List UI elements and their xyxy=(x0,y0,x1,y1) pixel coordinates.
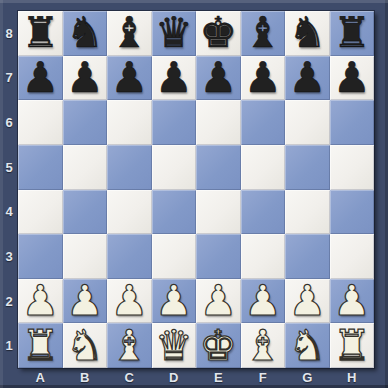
square-g3[interactable] xyxy=(285,234,330,279)
square-c8[interactable]: ♝ xyxy=(107,11,152,56)
piece-white-pawn[interactable]: ♟ xyxy=(107,279,152,324)
square-h7[interactable]: ♟ xyxy=(330,56,375,101)
square-e3[interactable] xyxy=(196,234,241,279)
square-g7[interactable]: ♟ xyxy=(285,56,330,101)
piece-black-pawn[interactable]: ♟ xyxy=(285,56,330,101)
square-b4[interactable] xyxy=(63,190,108,235)
square-f4[interactable] xyxy=(241,190,286,235)
piece-white-bishop[interactable]: ♝ xyxy=(107,323,152,368)
square-d8[interactable]: ♛ xyxy=(152,11,197,56)
square-b2[interactable]: ♟ xyxy=(63,279,108,324)
piece-black-pawn[interactable]: ♟ xyxy=(63,56,108,101)
rank-label-3: 3 xyxy=(0,234,18,279)
square-d5[interactable] xyxy=(152,145,197,190)
square-a8[interactable]: ♜ xyxy=(18,11,63,56)
square-b6[interactable] xyxy=(63,100,108,145)
square-e7[interactable]: ♟ xyxy=(196,56,241,101)
square-g1[interactable]: ♞ xyxy=(285,323,330,368)
square-g4[interactable] xyxy=(285,190,330,235)
piece-black-queen[interactable]: ♛ xyxy=(152,11,197,56)
square-b8[interactable]: ♞ xyxy=(63,11,108,56)
square-d2[interactable]: ♟ xyxy=(152,279,197,324)
file-label-f: F xyxy=(241,368,286,387)
square-a5[interactable] xyxy=(18,145,63,190)
file-label-h: H xyxy=(330,368,375,387)
rank-label-7: 7 xyxy=(0,56,18,101)
piece-white-pawn[interactable]: ♟ xyxy=(152,279,197,324)
rank-label-1: 1 xyxy=(0,323,18,368)
square-c4[interactable] xyxy=(107,190,152,235)
piece-black-knight[interactable]: ♞ xyxy=(285,11,330,56)
piece-white-pawn[interactable]: ♟ xyxy=(196,279,241,324)
file-label-g: G xyxy=(285,368,330,387)
piece-white-bishop[interactable]: ♝ xyxy=(241,323,286,368)
square-h3[interactable] xyxy=(330,234,375,279)
square-a3[interactable] xyxy=(18,234,63,279)
piece-white-pawn[interactable]: ♟ xyxy=(241,279,286,324)
square-c7[interactable]: ♟ xyxy=(107,56,152,101)
piece-black-pawn[interactable]: ♟ xyxy=(241,56,286,101)
square-e6[interactable] xyxy=(196,100,241,145)
square-g6[interactable] xyxy=(285,100,330,145)
board-frame: 87654321 ♜♞♝♛♚♝♞♜♟♟♟♟♟♟♟♟♟♟♟♟♟♟♟♟♜♞♝♛♚♝♞… xyxy=(0,0,388,388)
square-a4[interactable] xyxy=(18,190,63,235)
piece-black-king[interactable]: ♚ xyxy=(196,11,241,56)
square-f8[interactable]: ♝ xyxy=(241,11,286,56)
square-b3[interactable] xyxy=(63,234,108,279)
file-label-e: E xyxy=(196,368,241,387)
square-e5[interactable] xyxy=(196,145,241,190)
rank-label-4: 4 xyxy=(0,190,18,235)
piece-white-knight[interactable]: ♞ xyxy=(63,323,108,368)
square-d1[interactable]: ♛ xyxy=(152,323,197,368)
piece-white-pawn[interactable]: ♟ xyxy=(63,279,108,324)
square-h8[interactable]: ♜ xyxy=(330,11,375,56)
piece-white-pawn[interactable]: ♟ xyxy=(285,279,330,324)
square-a1[interactable]: ♜ xyxy=(18,323,63,368)
square-h1[interactable]: ♜ xyxy=(330,323,375,368)
piece-white-king[interactable]: ♚ xyxy=(196,323,241,368)
square-d6[interactable] xyxy=(152,100,197,145)
square-e4[interactable] xyxy=(196,190,241,235)
square-f7[interactable]: ♟ xyxy=(241,56,286,101)
square-c3[interactable] xyxy=(107,234,152,279)
piece-white-pawn[interactable]: ♟ xyxy=(18,279,63,324)
rank-label-6: 6 xyxy=(0,100,18,145)
square-d4[interactable] xyxy=(152,190,197,235)
chess-board: ♜♞♝♛♚♝♞♜♟♟♟♟♟♟♟♟♟♟♟♟♟♟♟♟♜♞♝♛♚♝♞♜ xyxy=(18,11,374,368)
square-c6[interactable] xyxy=(107,100,152,145)
square-e1[interactable]: ♚ xyxy=(196,323,241,368)
piece-black-knight[interactable]: ♞ xyxy=(63,11,108,56)
rank-label-5: 5 xyxy=(0,145,18,190)
file-label-c: C xyxy=(107,368,152,387)
square-g2[interactable]: ♟ xyxy=(285,279,330,324)
file-label-b: B xyxy=(63,368,108,387)
rank-labels: 87654321 xyxy=(0,11,18,368)
square-d7[interactable]: ♟ xyxy=(152,56,197,101)
square-h6[interactable] xyxy=(330,100,375,145)
piece-black-pawn[interactable]: ♟ xyxy=(152,56,197,101)
square-a7[interactable]: ♟ xyxy=(18,56,63,101)
square-f3[interactable] xyxy=(241,234,286,279)
square-g8[interactable]: ♞ xyxy=(285,11,330,56)
piece-black-pawn[interactable]: ♟ xyxy=(18,56,63,101)
piece-white-knight[interactable]: ♞ xyxy=(285,323,330,368)
piece-black-pawn[interactable]: ♟ xyxy=(196,56,241,101)
square-e2[interactable]: ♟ xyxy=(196,279,241,324)
rank-label-8: 8 xyxy=(0,11,18,56)
file-label-a: A xyxy=(18,368,63,387)
square-g5[interactable] xyxy=(285,145,330,190)
piece-white-pawn[interactable]: ♟ xyxy=(330,279,375,324)
piece-black-rook[interactable]: ♜ xyxy=(18,11,63,56)
square-a2[interactable]: ♟ xyxy=(18,279,63,324)
piece-white-rook[interactable]: ♜ xyxy=(18,323,63,368)
square-c5[interactable] xyxy=(107,145,152,190)
square-f1[interactable]: ♝ xyxy=(241,323,286,368)
square-h5[interactable] xyxy=(330,145,375,190)
file-label-d: D xyxy=(152,368,197,387)
square-c2[interactable]: ♟ xyxy=(107,279,152,324)
piece-white-rook[interactable]: ♜ xyxy=(330,323,375,368)
square-d3[interactable] xyxy=(152,234,197,279)
square-f5[interactable] xyxy=(241,145,286,190)
square-f2[interactable]: ♟ xyxy=(241,279,286,324)
piece-black-rook[interactable]: ♜ xyxy=(330,11,375,56)
piece-black-bishop[interactable]: ♝ xyxy=(107,11,152,56)
piece-black-pawn[interactable]: ♟ xyxy=(330,56,375,101)
file-labels: ABCDEFGH xyxy=(18,368,374,387)
square-b5[interactable] xyxy=(63,145,108,190)
piece-black-bishop[interactable]: ♝ xyxy=(241,11,286,56)
rank-label-2: 2 xyxy=(0,279,18,324)
piece-black-pawn[interactable]: ♟ xyxy=(107,56,152,101)
piece-white-queen[interactable]: ♛ xyxy=(152,323,197,368)
square-f6[interactable] xyxy=(241,100,286,145)
square-h2[interactable]: ♟ xyxy=(330,279,375,324)
square-c1[interactable]: ♝ xyxy=(107,323,152,368)
square-e8[interactable]: ♚ xyxy=(196,11,241,56)
square-b7[interactable]: ♟ xyxy=(63,56,108,101)
square-h4[interactable] xyxy=(330,190,375,235)
square-a6[interactable] xyxy=(18,100,63,145)
square-b1[interactable]: ♞ xyxy=(63,323,108,368)
